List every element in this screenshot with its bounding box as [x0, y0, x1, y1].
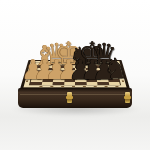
piece-light-pawn-d4: ♟ — [55, 56, 82, 83]
piece-dark-pawn-g4: ♟ — [91, 56, 118, 83]
piece-light-pawn-c4: ♟ — [43, 56, 70, 83]
piece-dark-knight-h4: ♞ — [102, 55, 130, 83]
piece-light-bishop-b5: ♝ — [31, 42, 58, 69]
chess-set-product-photo: ♝♛♚♟♟♟♟♞♚♛♟♟♟♞ — [0, 0, 150, 150]
piece-light-queen-c5: ♛ — [42, 40, 71, 69]
piece-light-pawn-b4: ♟ — [31, 56, 58, 83]
piece-dark-king-f5: ♚ — [77, 38, 108, 69]
piece-dark-pawn-f4: ♟ — [79, 56, 106, 83]
piece-dark-queen-g5: ♛ — [90, 40, 119, 69]
piece-light-king-d5: ♚ — [53, 38, 84, 69]
piece-light-pawn-a4: ♟ — [20, 56, 47, 83]
pieces-layer: ♝♛♚♟♟♟♟♞♚♛♟♟♟♞ — [0, 0, 150, 150]
piece-dark-knight-e5: ♞ — [68, 44, 93, 69]
piece-dark-pawn-e4: ♟ — [67, 56, 94, 83]
